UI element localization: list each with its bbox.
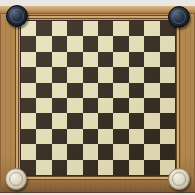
board-square[interactable] (83, 67, 98, 82)
board-square[interactable] (36, 144, 51, 159)
board-square[interactable] (144, 52, 159, 67)
board-square[interactable] (21, 52, 36, 67)
board-square[interactable] (83, 52, 98, 67)
board-square[interactable] (98, 98, 113, 113)
board-square[interactable] (113, 113, 128, 128)
board-square[interactable] (67, 98, 82, 113)
board-square[interactable] (21, 98, 36, 113)
board-square[interactable] (98, 113, 113, 128)
board-square[interactable] (83, 36, 98, 51)
board-square[interactable] (144, 144, 159, 159)
dark-checker-piece[interactable] (6, 5, 28, 27)
board-square[interactable] (144, 36, 159, 51)
frame-top-bevel (0, 6, 195, 14)
board-square[interactable] (52, 129, 67, 144)
board-square[interactable] (36, 21, 51, 36)
board-square[interactable] (52, 67, 67, 82)
board-square[interactable] (113, 98, 128, 113)
board-square[interactable] (98, 21, 113, 36)
board-square[interactable] (144, 67, 159, 82)
board-square[interactable] (144, 21, 159, 36)
board-square[interactable] (21, 144, 36, 159)
board-square[interactable] (113, 67, 128, 82)
board-square[interactable] (113, 52, 128, 67)
board-square[interactable] (83, 113, 98, 128)
board-square[interactable] (36, 67, 51, 82)
board-square[interactable] (144, 160, 159, 175)
board-square[interactable] (36, 129, 51, 144)
board-square[interactable] (144, 83, 159, 98)
board-square[interactable] (21, 36, 36, 51)
board-square[interactable] (129, 83, 144, 98)
board-square[interactable] (113, 160, 128, 175)
board-square[interactable] (52, 160, 67, 175)
board-square[interactable] (52, 98, 67, 113)
board-square[interactable] (129, 113, 144, 128)
board-square[interactable] (144, 98, 159, 113)
board-square[interactable] (98, 129, 113, 144)
checkers-board-photo (0, 0, 195, 195)
board-square[interactable] (83, 144, 98, 159)
board-square[interactable] (67, 129, 82, 144)
board-square[interactable] (67, 52, 82, 67)
board-square[interactable] (160, 144, 175, 159)
board-square[interactable] (144, 113, 159, 128)
board-square[interactable] (67, 113, 82, 128)
board-square[interactable] (52, 144, 67, 159)
board-square[interactable] (129, 160, 144, 175)
board-square[interactable] (21, 83, 36, 98)
board-square[interactable] (160, 36, 175, 51)
board-square[interactable] (113, 129, 128, 144)
board-square[interactable] (52, 36, 67, 51)
board-square[interactable] (83, 160, 98, 175)
board-square[interactable] (21, 113, 36, 128)
board-square[interactable] (52, 52, 67, 67)
board-square[interactable] (160, 129, 175, 144)
board-square[interactable] (21, 129, 36, 144)
board-square[interactable] (67, 36, 82, 51)
board-square[interactable] (113, 144, 128, 159)
board-square[interactable] (98, 52, 113, 67)
board-square[interactable] (129, 67, 144, 82)
board-square[interactable] (36, 113, 51, 128)
board-square[interactable] (36, 160, 51, 175)
board-square[interactable] (52, 83, 67, 98)
board-square[interactable] (129, 21, 144, 36)
board-square[interactable] (98, 36, 113, 51)
board-square[interactable] (160, 83, 175, 98)
board-square[interactable] (98, 83, 113, 98)
board-square[interactable] (129, 129, 144, 144)
board-square[interactable] (36, 52, 51, 67)
board-square[interactable] (129, 98, 144, 113)
dark-checker-piece[interactable] (168, 6, 190, 28)
board-square[interactable] (160, 98, 175, 113)
board-square[interactable] (144, 129, 159, 144)
board-square[interactable] (160, 67, 175, 82)
board-square[interactable] (113, 36, 128, 51)
board-square[interactable] (83, 129, 98, 144)
board-square[interactable] (129, 36, 144, 51)
board-square[interactable] (113, 83, 128, 98)
board-square[interactable] (67, 67, 82, 82)
board-square[interactable] (129, 144, 144, 159)
board-square[interactable] (98, 144, 113, 159)
board-square[interactable] (83, 98, 98, 113)
board-square[interactable] (83, 83, 98, 98)
light-checker-piece[interactable] (168, 168, 190, 190)
board-square[interactable] (98, 67, 113, 82)
board-square[interactable] (52, 113, 67, 128)
board-square[interactable] (98, 160, 113, 175)
board-square[interactable] (67, 160, 82, 175)
board-square[interactable] (21, 67, 36, 82)
checkers-board (21, 21, 175, 175)
light-checker-piece[interactable] (5, 168, 27, 190)
board-square[interactable] (160, 52, 175, 67)
board-square[interactable] (67, 144, 82, 159)
board-square[interactable] (160, 113, 175, 128)
board-square[interactable] (36, 83, 51, 98)
board-square[interactable] (36, 36, 51, 51)
board-square[interactable] (67, 83, 82, 98)
board-square[interactable] (83, 21, 98, 36)
board-square[interactable] (52, 21, 67, 36)
board-square[interactable] (129, 52, 144, 67)
board-square[interactable] (36, 98, 51, 113)
board-square[interactable] (113, 21, 128, 36)
board-square[interactable] (67, 21, 82, 36)
